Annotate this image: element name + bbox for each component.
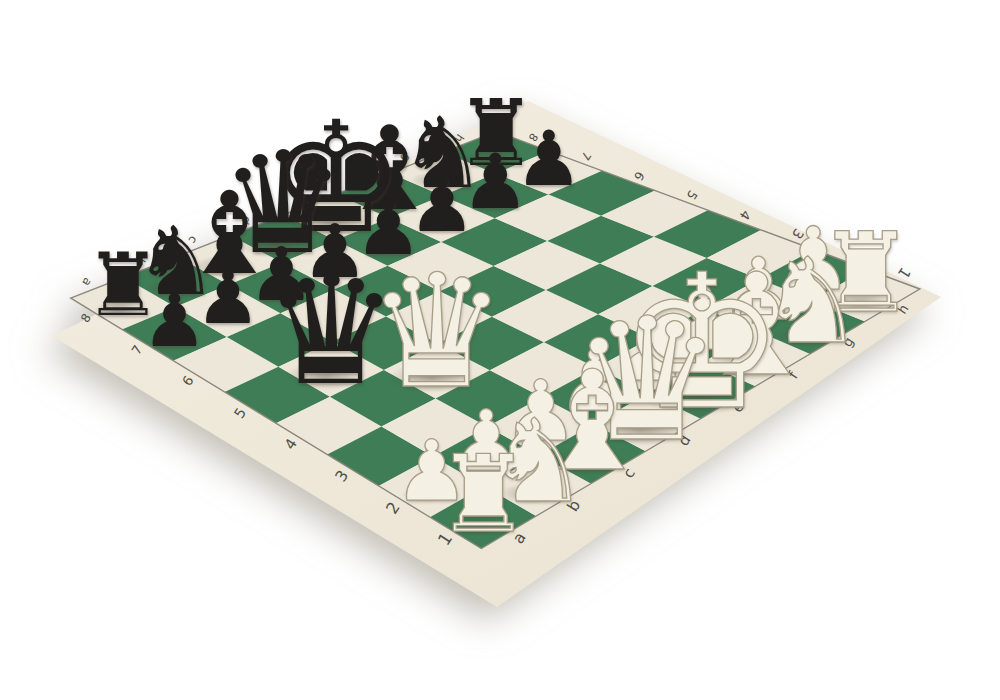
piece-white-rook-a1[interactable]: ♜ <box>435 442 530 548</box>
piece-white-queen-c4[interactable]: ♛ <box>367 253 508 410</box>
product-photo-stage: 8877665544332211aabbccddeeffgghh ♜♟♞♝♟♚♟… <box>0 0 1000 700</box>
piece-black-pawn-a7[interactable]: ♟ <box>142 284 207 357</box>
